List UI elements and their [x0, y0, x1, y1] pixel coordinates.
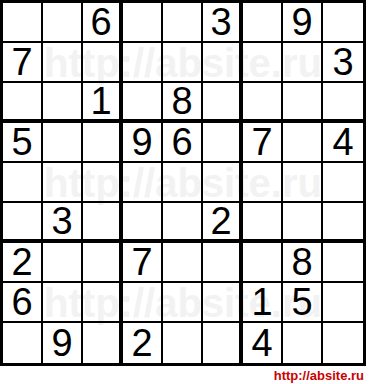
- cell-r2c7[interactable]: [243, 43, 283, 83]
- cell-r6c5[interactable]: [163, 203, 203, 243]
- cell-r1c5[interactable]: [163, 3, 203, 43]
- cell-r1c4[interactable]: [123, 3, 163, 43]
- sudoku-board: http://absite.ru http://absite.ru http:/…: [0, 0, 366, 366]
- cell-r1c3[interactable]: 6: [83, 3, 123, 43]
- cell-r7c9[interactable]: [323, 243, 363, 283]
- cell-r6c4[interactable]: [123, 203, 163, 243]
- cell-r7c5[interactable]: [163, 243, 203, 283]
- cell-r9c3[interactable]: [83, 323, 123, 363]
- cell-r3c2[interactable]: [43, 83, 83, 123]
- cell-r8c8[interactable]: 5: [283, 283, 323, 323]
- cell-r6c2[interactable]: 3: [43, 203, 83, 243]
- cell-r7c1[interactable]: 2: [3, 243, 43, 283]
- cell-r4c4[interactable]: 9: [123, 123, 163, 163]
- cell-r4c6[interactable]: [203, 123, 243, 163]
- cell-r3c3[interactable]: 1: [83, 83, 123, 123]
- cell-r9c9[interactable]: [323, 323, 363, 363]
- cell-r3c9[interactable]: [323, 83, 363, 123]
- cell-r7c7[interactable]: [243, 243, 283, 283]
- cell-r3c5[interactable]: 8: [163, 83, 203, 123]
- cell-r1c8[interactable]: 9: [283, 3, 323, 43]
- cell-r3c7[interactable]: [243, 83, 283, 123]
- cell-r4c3[interactable]: [83, 123, 123, 163]
- cell-r5c9[interactable]: [323, 163, 363, 203]
- cell-r8c9[interactable]: [323, 283, 363, 323]
- cell-r8c5[interactable]: [163, 283, 203, 323]
- cell-r5c2[interactable]: [43, 163, 83, 203]
- cell-r9c5[interactable]: [163, 323, 203, 363]
- cell-r1c6[interactable]: 3: [203, 3, 243, 43]
- cell-r5c7[interactable]: [243, 163, 283, 203]
- cell-r1c2[interactable]: [43, 3, 83, 43]
- cell-r7c4[interactable]: 7: [123, 243, 163, 283]
- cell-r9c4[interactable]: 2: [123, 323, 163, 363]
- cell-r9c7[interactable]: 4: [243, 323, 283, 363]
- cell-r3c6[interactable]: [203, 83, 243, 123]
- cell-r8c7[interactable]: 1: [243, 283, 283, 323]
- cell-r2c3[interactable]: [83, 43, 123, 83]
- cell-r4c8[interactable]: [283, 123, 323, 163]
- cell-r6c1[interactable]: [3, 203, 43, 243]
- cell-r8c6[interactable]: [203, 283, 243, 323]
- cell-r5c8[interactable]: [283, 163, 323, 203]
- cell-r2c5[interactable]: [163, 43, 203, 83]
- cell-r8c3[interactable]: [83, 283, 123, 323]
- cell-r6c3[interactable]: [83, 203, 123, 243]
- cell-r2c4[interactable]: [123, 43, 163, 83]
- footer: http://absite.ru: [0, 366, 366, 384]
- cell-r6c7[interactable]: [243, 203, 283, 243]
- cell-r9c1[interactable]: [3, 323, 43, 363]
- cell-r4c1[interactable]: 5: [3, 123, 43, 163]
- cell-r5c1[interactable]: [3, 163, 43, 203]
- cell-r1c1[interactable]: [3, 3, 43, 43]
- cell-r2c6[interactable]: [203, 43, 243, 83]
- cell-r7c6[interactable]: [203, 243, 243, 283]
- cell-r4c5[interactable]: 6: [163, 123, 203, 163]
- cell-r5c3[interactable]: [83, 163, 123, 203]
- cell-r9c2[interactable]: 9: [43, 323, 83, 363]
- cell-r8c1[interactable]: 6: [3, 283, 43, 323]
- cell-r7c3[interactable]: [83, 243, 123, 283]
- cell-r6c9[interactable]: [323, 203, 363, 243]
- cell-r9c6[interactable]: [203, 323, 243, 363]
- cell-r4c2[interactable]: [43, 123, 83, 163]
- cell-r6c8[interactable]: [283, 203, 323, 243]
- cell-r3c8[interactable]: [283, 83, 323, 123]
- cell-r5c6[interactable]: [203, 163, 243, 203]
- cell-r1c7[interactable]: [243, 3, 283, 43]
- cell-r2c9[interactable]: 3: [323, 43, 363, 83]
- cell-r3c1[interactable]: [3, 83, 43, 123]
- cell-r4c7[interactable]: 7: [243, 123, 283, 163]
- cell-r7c8[interactable]: 8: [283, 243, 323, 283]
- cell-r5c5[interactable]: [163, 163, 203, 203]
- cell-r5c4[interactable]: [123, 163, 163, 203]
- cell-r2c8[interactable]: [283, 43, 323, 83]
- cell-r4c9[interactable]: 4: [323, 123, 363, 163]
- sudoku-grid: 63973185967432278615924: [3, 3, 363, 363]
- cell-r8c2[interactable]: [43, 283, 83, 323]
- cell-r3c4[interactable]: [123, 83, 163, 123]
- cell-r7c2[interactable]: [43, 243, 83, 283]
- cell-r1c9[interactable]: [323, 3, 363, 43]
- cell-r9c8[interactable]: [283, 323, 323, 363]
- site-link[interactable]: http://absite.ru: [274, 368, 366, 383]
- cell-r8c4[interactable]: [123, 283, 163, 323]
- cell-r2c1[interactable]: 7: [3, 43, 43, 83]
- cell-r6c6[interactable]: 2: [203, 203, 243, 243]
- cell-r2c2[interactable]: [43, 43, 83, 83]
